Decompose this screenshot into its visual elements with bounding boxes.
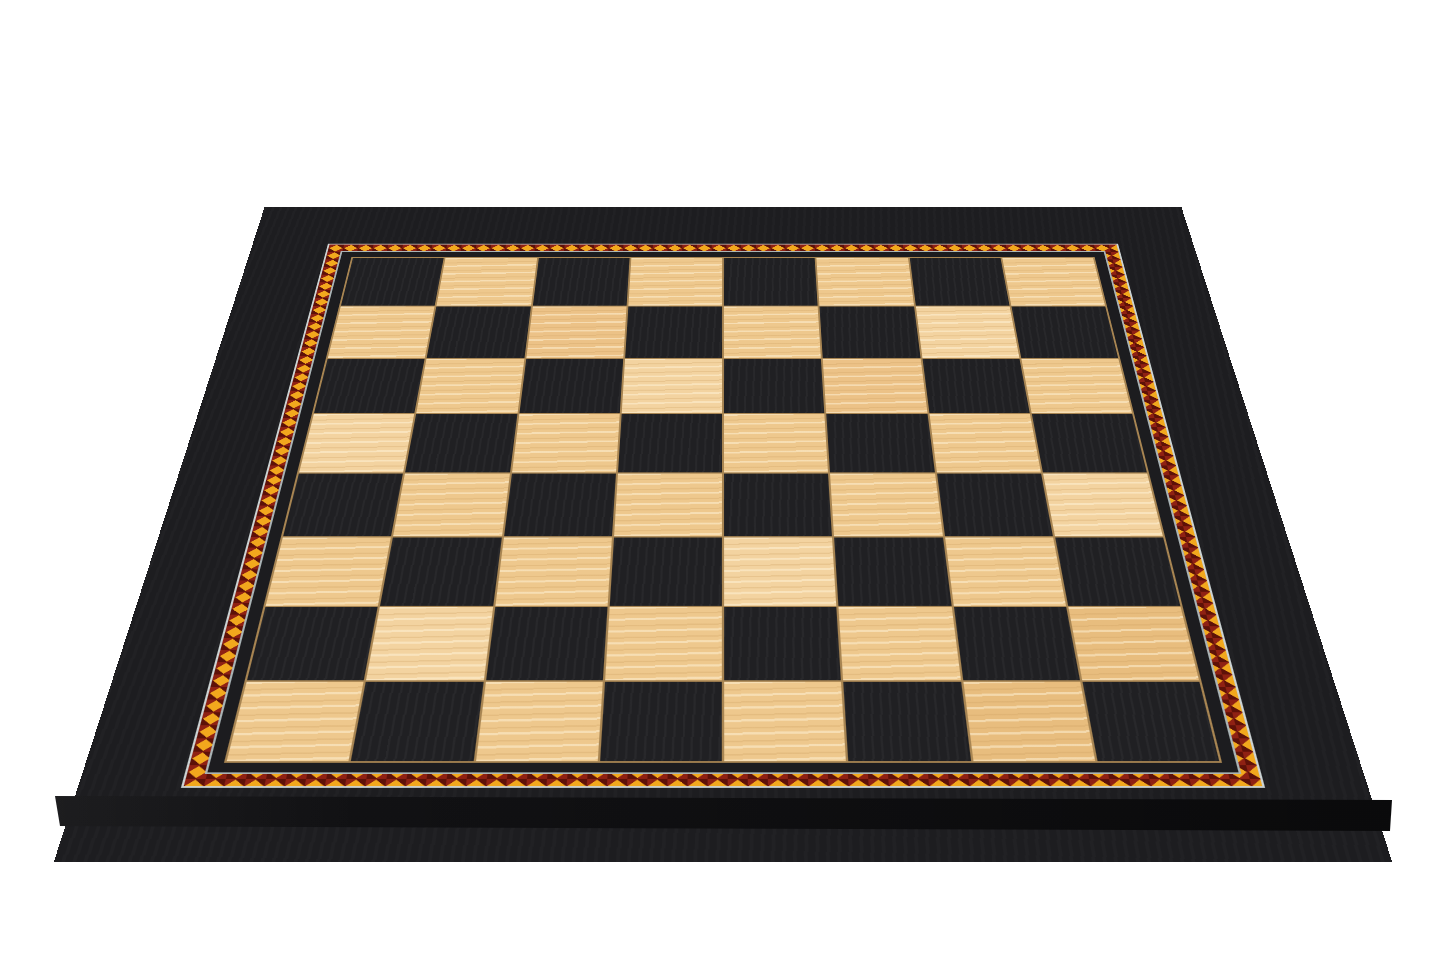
square-f8[interactable] bbox=[817, 258, 914, 306]
square-g6[interactable] bbox=[922, 359, 1029, 413]
square-b6[interactable] bbox=[417, 359, 524, 413]
square-d3[interactable] bbox=[610, 538, 722, 606]
inlay-border bbox=[181, 244, 1265, 788]
square-e3[interactable] bbox=[724, 538, 836, 606]
square-a2[interactable] bbox=[247, 607, 378, 680]
product-photo-scene bbox=[0, 0, 1445, 963]
square-d6[interactable] bbox=[621, 359, 722, 413]
square-b8[interactable] bbox=[437, 258, 537, 306]
square-b4[interactable] bbox=[393, 474, 509, 537]
square-b2[interactable] bbox=[366, 607, 492, 680]
square-a4[interactable] bbox=[283, 474, 403, 537]
square-h3[interactable] bbox=[1055, 538, 1180, 606]
square-h5[interactable] bbox=[1032, 414, 1147, 472]
square-h4[interactable] bbox=[1043, 474, 1163, 537]
square-f4[interactable] bbox=[830, 474, 942, 537]
square-g1[interactable] bbox=[963, 682, 1095, 762]
board-frame bbox=[54, 207, 1392, 862]
square-c4[interactable] bbox=[504, 474, 616, 537]
square-a6[interactable] bbox=[314, 359, 425, 413]
square-e7[interactable] bbox=[724, 307, 821, 358]
square-b5[interactable] bbox=[405, 414, 517, 472]
square-c6[interactable] bbox=[519, 359, 623, 413]
square-h7[interactable] bbox=[1011, 307, 1118, 358]
square-g5[interactable] bbox=[929, 414, 1041, 472]
square-a5[interactable] bbox=[299, 414, 414, 472]
board-grid bbox=[224, 257, 1222, 763]
square-c1[interactable] bbox=[475, 682, 602, 762]
square-f3[interactable] bbox=[834, 538, 951, 606]
square-a8[interactable] bbox=[341, 258, 444, 306]
square-a7[interactable] bbox=[328, 307, 435, 358]
square-h8[interactable] bbox=[1002, 258, 1105, 306]
square-c5[interactable] bbox=[512, 414, 620, 472]
square-h1[interactable] bbox=[1082, 682, 1219, 762]
square-e5[interactable] bbox=[724, 414, 828, 472]
square-d4[interactable] bbox=[614, 474, 722, 537]
square-g7[interactable] bbox=[915, 307, 1019, 358]
square-d1[interactable] bbox=[600, 682, 722, 762]
square-d5[interactable] bbox=[618, 414, 722, 472]
square-g2[interactable] bbox=[953, 607, 1079, 680]
square-f2[interactable] bbox=[839, 607, 961, 680]
square-g8[interactable] bbox=[909, 258, 1009, 306]
square-f5[interactable] bbox=[827, 414, 935, 472]
square-f1[interactable] bbox=[843, 682, 970, 762]
square-a3[interactable] bbox=[266, 538, 391, 606]
square-b7[interactable] bbox=[427, 307, 531, 358]
square-c7[interactable] bbox=[526, 307, 626, 358]
square-g3[interactable] bbox=[945, 538, 1066, 606]
square-c3[interactable] bbox=[495, 538, 612, 606]
square-d7[interactable] bbox=[625, 307, 722, 358]
square-e6[interactable] bbox=[724, 359, 825, 413]
square-c8[interactable] bbox=[532, 258, 629, 306]
square-f7[interactable] bbox=[820, 307, 920, 358]
square-e1[interactable] bbox=[724, 682, 846, 762]
square-b3[interactable] bbox=[380, 538, 501, 606]
square-g4[interactable] bbox=[937, 474, 1053, 537]
square-h2[interactable] bbox=[1068, 607, 1199, 680]
square-f6[interactable] bbox=[823, 359, 927, 413]
chessboard bbox=[54, 207, 1392, 862]
square-d2[interactable] bbox=[605, 607, 722, 680]
square-e4[interactable] bbox=[724, 474, 832, 537]
square-h6[interactable] bbox=[1021, 359, 1132, 413]
square-b1[interactable] bbox=[351, 682, 483, 762]
square-c2[interactable] bbox=[486, 607, 608, 680]
square-d8[interactable] bbox=[628, 258, 722, 306]
square-e2[interactable] bbox=[724, 607, 841, 680]
inner-margin bbox=[205, 251, 1242, 774]
square-a1[interactable] bbox=[227, 682, 364, 762]
square-e8[interactable] bbox=[724, 258, 818, 306]
